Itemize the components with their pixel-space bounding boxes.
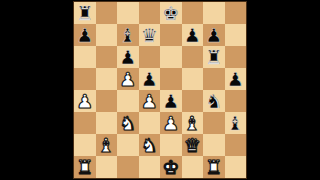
square-d5[interactable]: ♟ xyxy=(139,68,161,90)
square-d7[interactable]: ♛ xyxy=(139,24,161,46)
square-b4[interactable] xyxy=(96,90,118,112)
square-g6[interactable]: ♜ xyxy=(203,46,225,68)
square-h3[interactable]: ♝ xyxy=(225,112,247,134)
square-f2[interactable]: ♛ xyxy=(182,134,204,156)
square-h5[interactable]: ♟ xyxy=(225,68,247,90)
square-e4[interactable]: ♟ xyxy=(160,90,182,112)
square-e5[interactable] xyxy=(160,68,182,90)
square-d1[interactable] xyxy=(139,156,161,178)
square-b7[interactable] xyxy=(96,24,118,46)
piece-white-rook[interactable]: ♜ xyxy=(76,157,93,176)
piece-black-pawn[interactable]: ♟ xyxy=(162,91,179,110)
piece-white-knight[interactable]: ♞ xyxy=(119,113,136,132)
square-a2[interactable] xyxy=(74,134,96,156)
square-c1[interactable] xyxy=(117,156,139,178)
square-a5[interactable] xyxy=(74,68,96,90)
square-g2[interactable] xyxy=(203,134,225,156)
piece-black-pawn[interactable]: ♟ xyxy=(119,47,136,66)
square-c3[interactable]: ♞ xyxy=(117,112,139,134)
square-e2[interactable] xyxy=(160,134,182,156)
square-e8[interactable]: ♚ xyxy=(160,2,182,24)
square-h6[interactable] xyxy=(225,46,247,68)
square-c7[interactable]: ♝ xyxy=(117,24,139,46)
piece-white-king[interactable]: ♚ xyxy=(162,157,179,176)
app-background: ♜♚♟♝♛♟♟♟♜♟♟♟♟♟♟♞♞♟♝♝♝♞♛♜♚♜ xyxy=(0,0,320,180)
square-e1[interactable]: ♚ xyxy=(160,156,182,178)
piece-white-queen[interactable]: ♛ xyxy=(184,135,201,154)
square-g5[interactable] xyxy=(203,68,225,90)
square-h1[interactable] xyxy=(225,156,247,178)
piece-black-queen[interactable]: ♛ xyxy=(141,25,158,44)
piece-white-bishop[interactable]: ♝ xyxy=(98,135,115,154)
piece-black-bishop[interactable]: ♝ xyxy=(119,25,136,44)
piece-white-pawn[interactable]: ♟ xyxy=(76,91,93,110)
square-b3[interactable] xyxy=(96,112,118,134)
piece-white-pawn[interactable]: ♟ xyxy=(119,69,136,88)
square-d6[interactable] xyxy=(139,46,161,68)
square-d4[interactable]: ♟ xyxy=(139,90,161,112)
piece-black-rook[interactable]: ♜ xyxy=(76,3,93,22)
square-g1[interactable]: ♜ xyxy=(203,156,225,178)
square-b2[interactable]: ♝ xyxy=(96,134,118,156)
square-c8[interactable] xyxy=(117,2,139,24)
square-f6[interactable] xyxy=(182,46,204,68)
piece-black-knight[interactable]: ♞ xyxy=(205,91,222,110)
square-b1[interactable] xyxy=(96,156,118,178)
piece-black-pawn[interactable]: ♟ xyxy=(227,69,244,88)
square-f3[interactable]: ♝ xyxy=(182,112,204,134)
square-d3[interactable] xyxy=(139,112,161,134)
square-c6[interactable]: ♟ xyxy=(117,46,139,68)
square-a8[interactable]: ♜ xyxy=(74,2,96,24)
square-c4[interactable] xyxy=(117,90,139,112)
chess-board: ♜♚♟♝♛♟♟♟♜♟♟♟♟♟♟♞♞♟♝♝♝♞♛♜♚♜ xyxy=(73,1,247,179)
piece-white-knight[interactable]: ♞ xyxy=(141,135,158,154)
piece-black-king[interactable]: ♚ xyxy=(162,3,179,22)
piece-white-pawn[interactable]: ♟ xyxy=(162,113,179,132)
square-h2[interactable] xyxy=(225,134,247,156)
piece-black-pawn[interactable]: ♟ xyxy=(205,25,222,44)
piece-white-pawn[interactable]: ♟ xyxy=(141,91,158,110)
square-g8[interactable] xyxy=(203,2,225,24)
piece-black-bishop[interactable]: ♝ xyxy=(227,113,244,132)
square-b5[interactable] xyxy=(96,68,118,90)
square-h8[interactable] xyxy=(225,2,247,24)
square-f4[interactable] xyxy=(182,90,204,112)
square-a7[interactable]: ♟ xyxy=(74,24,96,46)
square-d8[interactable] xyxy=(139,2,161,24)
square-f1[interactable] xyxy=(182,156,204,178)
square-a3[interactable] xyxy=(74,112,96,134)
square-b8[interactable] xyxy=(96,2,118,24)
piece-black-rook[interactable]: ♜ xyxy=(205,47,222,66)
square-g7[interactable]: ♟ xyxy=(203,24,225,46)
square-e7[interactable] xyxy=(160,24,182,46)
piece-white-bishop[interactable]: ♝ xyxy=(184,113,201,132)
square-g4[interactable]: ♞ xyxy=(203,90,225,112)
square-a1[interactable]: ♜ xyxy=(74,156,96,178)
piece-black-pawn[interactable]: ♟ xyxy=(76,25,93,44)
piece-white-rook[interactable]: ♜ xyxy=(205,157,222,176)
square-a4[interactable]: ♟ xyxy=(74,90,96,112)
square-e6[interactable] xyxy=(160,46,182,68)
square-c5[interactable]: ♟ xyxy=(117,68,139,90)
square-d2[interactable]: ♞ xyxy=(139,134,161,156)
square-f5[interactable] xyxy=(182,68,204,90)
square-e3[interactable]: ♟ xyxy=(160,112,182,134)
square-f8[interactable] xyxy=(182,2,204,24)
piece-black-pawn[interactable]: ♟ xyxy=(184,25,201,44)
square-b6[interactable] xyxy=(96,46,118,68)
square-f7[interactable]: ♟ xyxy=(182,24,204,46)
square-h7[interactable] xyxy=(225,24,247,46)
square-a6[interactable] xyxy=(74,46,96,68)
square-c2[interactable] xyxy=(117,134,139,156)
piece-black-pawn[interactable]: ♟ xyxy=(141,69,158,88)
square-h4[interactable] xyxy=(225,90,247,112)
square-g3[interactable] xyxy=(203,112,225,134)
